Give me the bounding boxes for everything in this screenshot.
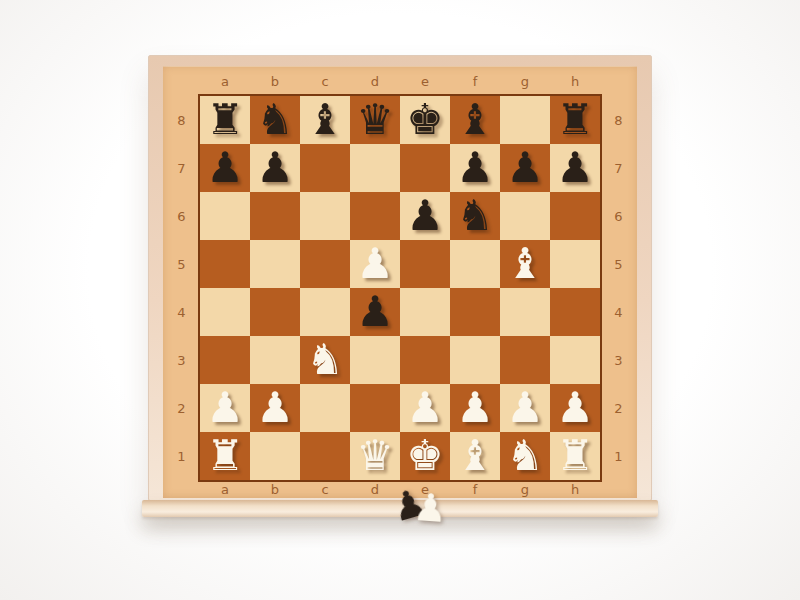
file-label-h: h	[550, 483, 600, 496]
rank-label-1: 1	[163, 450, 200, 463]
photo-background: abcdefgh 87654321 ♜♞♝♛♚♝♜♟♟♟♟♟♟♞♟♝♟♞♟♟♟♟…	[0, 0, 800, 600]
rank-label-6: 6	[600, 210, 637, 223]
square-g4[interactable]	[500, 288, 550, 336]
square-d2[interactable]	[350, 384, 400, 432]
square-f1[interactable]: ♝	[450, 432, 500, 480]
square-d6[interactable]	[350, 192, 400, 240]
white-queen[interactable]: ♛	[350, 432, 400, 480]
black-pawn[interactable]: ♟	[250, 144, 300, 192]
square-a7[interactable]: ♟	[200, 144, 250, 192]
square-d3[interactable]	[350, 336, 400, 384]
square-c2[interactable]	[300, 384, 350, 432]
square-b3[interactable]	[250, 336, 300, 384]
rank-label-5: 5	[600, 258, 637, 271]
square-e8[interactable]: ♚	[400, 96, 450, 144]
square-h4[interactable]	[550, 288, 600, 336]
square-g1[interactable]: ♞	[500, 432, 550, 480]
square-f2[interactable]: ♟	[450, 384, 500, 432]
rank-label-1: 1	[600, 450, 637, 463]
square-b1[interactable]	[250, 432, 300, 480]
file-label-f: f	[450, 75, 500, 88]
square-a4[interactable]	[200, 288, 250, 336]
black-pawn[interactable]: ♟	[500, 144, 550, 192]
black-rook[interactable]: ♜	[550, 96, 600, 144]
square-e1[interactable]: ♚	[400, 432, 450, 480]
square-g3[interactable]	[500, 336, 550, 384]
square-f3[interactable]	[450, 336, 500, 384]
square-h6[interactable]	[550, 192, 600, 240]
rank-label-7: 7	[163, 162, 200, 175]
square-e6[interactable]: ♟	[400, 192, 450, 240]
square-b4[interactable]	[250, 288, 300, 336]
square-c3[interactable]: ♞	[300, 336, 350, 384]
square-f8[interactable]: ♝	[450, 96, 500, 144]
white-pawn[interactable]: ♟	[250, 384, 300, 432]
square-a3[interactable]	[200, 336, 250, 384]
file-labels-top: abcdefgh	[200, 66, 600, 96]
rank-label-8: 8	[600, 114, 637, 127]
square-h5[interactable]	[550, 240, 600, 288]
square-b8[interactable]: ♞	[250, 96, 300, 144]
square-b6[interactable]	[250, 192, 300, 240]
demonstration-chess-board: abcdefgh 87654321 ♜♞♝♛♚♝♜♟♟♟♟♟♟♞♟♝♟♞♟♟♟♟…	[148, 55, 652, 501]
square-a5[interactable]	[200, 240, 250, 288]
file-label-g: g	[500, 483, 550, 496]
square-g7[interactable]: ♟	[500, 144, 550, 192]
square-g2[interactable]: ♟	[500, 384, 550, 432]
white-knight[interactable]: ♞	[300, 336, 350, 384]
square-f6[interactable]: ♞	[450, 192, 500, 240]
black-rook[interactable]: ♜	[200, 96, 250, 144]
file-label-h: h	[550, 75, 600, 88]
white-pawn[interactable]: ♟	[350, 240, 400, 288]
square-a1[interactable]: ♜	[200, 432, 250, 480]
square-a8[interactable]: ♜	[200, 96, 250, 144]
white-pawn[interactable]: ♟	[400, 384, 450, 432]
square-c7[interactable]	[300, 144, 350, 192]
rank-label-3: 3	[600, 354, 637, 367]
board-surface: abcdefgh 87654321 ♜♞♝♛♚♝♜♟♟♟♟♟♟♞♟♝♟♞♟♟♟♟…	[163, 66, 637, 498]
square-e4[interactable]	[400, 288, 450, 336]
square-c6[interactable]	[300, 192, 350, 240]
square-e3[interactable]	[400, 336, 450, 384]
square-f5[interactable]	[450, 240, 500, 288]
white-bishop[interactable]: ♝	[500, 240, 550, 288]
black-queen[interactable]: ♛	[350, 96, 400, 144]
black-pawn[interactable]: ♟	[450, 144, 500, 192]
square-a2[interactable]: ♟	[200, 384, 250, 432]
file-label-b: b	[250, 483, 300, 496]
file-label-e: e	[400, 75, 450, 88]
file-label-c: c	[300, 483, 350, 496]
rank-label-3: 3	[163, 354, 200, 367]
black-king[interactable]: ♚	[400, 96, 450, 144]
black-bishop[interactable]: ♝	[450, 96, 500, 144]
white-pawn[interactable]: ♟	[500, 384, 550, 432]
square-g8[interactable]	[500, 96, 550, 144]
square-h2[interactable]: ♟	[550, 384, 600, 432]
captured-pieces-tray: ♟ ♟	[392, 486, 462, 536]
rank-label-5: 5	[163, 258, 200, 271]
square-b2[interactable]: ♟	[250, 384, 300, 432]
square-d7[interactable]	[350, 144, 400, 192]
square-g6[interactable]	[500, 192, 550, 240]
square-f7[interactable]: ♟	[450, 144, 500, 192]
white-rook[interactable]: ♜	[200, 432, 250, 480]
file-label-b: b	[250, 75, 300, 88]
black-pawn[interactable]: ♟	[200, 144, 250, 192]
black-bishop[interactable]: ♝	[300, 96, 350, 144]
rank-label-2: 2	[163, 402, 200, 415]
white-pawn[interactable]: ♟	[550, 384, 600, 432]
file-label-g: g	[500, 75, 550, 88]
rank-labels-right: 87654321	[600, 96, 637, 480]
square-c5[interactable]	[300, 240, 350, 288]
rank-label-8: 8	[163, 114, 200, 127]
white-knight[interactable]: ♞	[500, 432, 550, 480]
black-pawn[interactable]: ♟	[550, 144, 600, 192]
square-f4[interactable]	[450, 288, 500, 336]
white-pawn[interactable]: ♟	[450, 384, 500, 432]
file-label-c: c	[300, 75, 350, 88]
rank-labels-left: 87654321	[163, 96, 200, 480]
rank-label-6: 6	[163, 210, 200, 223]
chess-board-grid: ♜♞♝♛♚♝♜♟♟♟♟♟♟♞♟♝♟♞♟♟♟♟♟♟♜♛♚♝♞♜	[200, 96, 600, 480]
square-e5[interactable]	[400, 240, 450, 288]
square-e2[interactable]: ♟	[400, 384, 450, 432]
file-label-d: d	[350, 75, 400, 88]
black-knight[interactable]: ♞	[250, 96, 300, 144]
square-h1[interactable]: ♜	[550, 432, 600, 480]
square-e7[interactable]	[400, 144, 450, 192]
rank-label-2: 2	[600, 402, 637, 415]
square-d4[interactable]: ♟	[350, 288, 400, 336]
square-h8[interactable]: ♜	[550, 96, 600, 144]
black-pawn[interactable]: ♟	[350, 288, 400, 336]
white-rook[interactable]: ♜	[550, 432, 600, 480]
black-pawn[interactable]: ♟	[400, 192, 450, 240]
rank-label-7: 7	[600, 162, 637, 175]
rank-label-4: 4	[163, 306, 200, 319]
square-g5[interactable]: ♝	[500, 240, 550, 288]
square-d5[interactable]: ♟	[350, 240, 400, 288]
square-h7[interactable]: ♟	[550, 144, 600, 192]
white-pawn[interactable]: ♟	[200, 384, 250, 432]
square-b7[interactable]: ♟	[250, 144, 300, 192]
white-bishop[interactable]: ♝	[450, 432, 500, 480]
square-c4[interactable]	[300, 288, 350, 336]
square-d8[interactable]: ♛	[350, 96, 400, 144]
square-a6[interactable]	[200, 192, 250, 240]
square-b5[interactable]	[250, 240, 300, 288]
square-h3[interactable]	[550, 336, 600, 384]
square-c1[interactable]	[300, 432, 350, 480]
file-label-a: a	[200, 75, 250, 88]
captured-white-pawn[interactable]: ♟	[412, 488, 449, 528]
square-d1[interactable]: ♛	[350, 432, 400, 480]
square-c8[interactable]: ♝	[300, 96, 350, 144]
white-king[interactable]: ♚	[400, 432, 450, 480]
file-label-a: a	[200, 483, 250, 496]
rank-label-4: 4	[600, 306, 637, 319]
black-knight[interactable]: ♞	[450, 192, 500, 240]
